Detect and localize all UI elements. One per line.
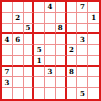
- sudoku-cell-r9c9[interactable]: [88, 88, 99, 99]
- sudoku-cell-r2c6[interactable]: [56, 13, 67, 24]
- sudoku-cell-r1c6[interactable]: [56, 2, 67, 13]
- sudoku-cell-r7c2[interactable]: [13, 67, 24, 78]
- sudoku-cell-r7c1[interactable]: 7: [2, 67, 13, 78]
- sudoku-cell-r8c7[interactable]: [67, 77, 78, 88]
- sudoku-cell-r9c5[interactable]: [45, 88, 56, 99]
- sudoku-cell-r1c8[interactable]: 7: [77, 2, 88, 13]
- sudoku-cell-r2c5[interactable]: [45, 13, 56, 24]
- sudoku-cell-r4c1[interactable]: 4: [2, 34, 13, 45]
- sudoku-cell-r5c2[interactable]: [13, 45, 24, 56]
- sudoku-cell-r3c4[interactable]: [34, 24, 45, 35]
- sudoku-cell-r5c3[interactable]: [24, 45, 35, 56]
- sudoku-cell-r4c4[interactable]: [34, 34, 45, 45]
- sudoku-cell-r9c3[interactable]: [24, 88, 35, 99]
- sudoku-cell-r6c4[interactable]: 1: [34, 56, 45, 67]
- sudoku-cell-r4c5[interactable]: [45, 34, 56, 45]
- sudoku-cell-r3c2[interactable]: [13, 24, 24, 35]
- sudoku-cell-r5c5[interactable]: [45, 45, 56, 56]
- sudoku-cell-r7c5[interactable]: 3: [45, 67, 56, 78]
- sudoku-cell-r6c3[interactable]: [24, 56, 35, 67]
- sudoku-cell-r9c4[interactable]: [34, 88, 45, 99]
- sudoku-cell-r1c5[interactable]: 4: [45, 2, 56, 13]
- sudoku-cell-r1c7[interactable]: [67, 2, 78, 13]
- sudoku-cell-r3c7[interactable]: [67, 24, 78, 35]
- sudoku-cell-r8c1[interactable]: 3: [2, 77, 13, 88]
- sudoku-cell-r9c8[interactable]: 5: [77, 88, 88, 99]
- sudoku-cell-r9c7[interactable]: [67, 88, 78, 99]
- sudoku-cell-r7c4[interactable]: [34, 67, 45, 78]
- sudoku-cell-r1c9[interactable]: [88, 2, 99, 13]
- sudoku-cell-r4c7[interactable]: [67, 34, 78, 45]
- sudoku-cell-r5c4[interactable]: 5: [34, 45, 45, 56]
- sudoku-cell-r9c6[interactable]: [56, 88, 67, 99]
- sudoku-cell-r4c9[interactable]: [88, 34, 99, 45]
- sudoku-cell-r8c6[interactable]: [56, 77, 67, 88]
- sudoku-cell-r5c9[interactable]: [88, 45, 99, 56]
- sudoku-cell-r4c2[interactable]: 6: [13, 34, 24, 45]
- sudoku-cell-r7c3[interactable]: [24, 67, 35, 78]
- sudoku-cell-r5c7[interactable]: 2: [67, 45, 78, 56]
- sudoku-cell-r8c3[interactable]: [24, 77, 35, 88]
- sudoku-cell-r1c1[interactable]: [2, 2, 13, 13]
- sudoku-cell-r8c2[interactable]: [13, 77, 24, 88]
- sudoku-cell-r4c3[interactable]: [24, 34, 35, 45]
- sudoku-cell-r6c8[interactable]: [77, 56, 88, 67]
- sudoku-cell-r6c1[interactable]: [2, 56, 13, 67]
- sudoku-cell-r2c7[interactable]: [67, 13, 78, 24]
- sudoku-cell-r5c6[interactable]: [56, 45, 67, 56]
- sudoku-cell-r5c1[interactable]: [2, 45, 13, 56]
- sudoku-cell-r6c9[interactable]: [88, 56, 99, 67]
- sudoku-cell-r9c1[interactable]: [2, 88, 13, 99]
- sudoku-cell-r3c1[interactable]: [2, 24, 13, 35]
- sudoku-cell-r7c9[interactable]: [88, 67, 99, 78]
- sudoku-cell-r6c6[interactable]: [56, 56, 67, 67]
- sudoku-cell-r3c9[interactable]: [88, 24, 99, 35]
- sudoku-cell-r7c7[interactable]: 8: [67, 67, 78, 78]
- sudoku-cell-r6c7[interactable]: [67, 56, 78, 67]
- sudoku-cell-r7c6[interactable]: [56, 67, 67, 78]
- sudoku-board: 47215846352173835: [0, 0, 101, 101]
- sudoku-cell-r1c4[interactable]: [34, 2, 45, 13]
- sudoku-cell-r8c9[interactable]: [88, 77, 99, 88]
- sudoku-cell-r2c9[interactable]: 1: [88, 13, 99, 24]
- sudoku-cell-r2c3[interactable]: [24, 13, 35, 24]
- sudoku-cell-r6c5[interactable]: [45, 56, 56, 67]
- sudoku-cell-r4c8[interactable]: 3: [77, 34, 88, 45]
- sudoku-cell-r2c8[interactable]: [77, 13, 88, 24]
- sudoku-cell-r6c2[interactable]: [13, 56, 24, 67]
- sudoku-cell-r1c2[interactable]: [13, 2, 24, 13]
- sudoku-cell-r8c8[interactable]: [77, 77, 88, 88]
- sudoku-cell-r8c4[interactable]: [34, 77, 45, 88]
- sudoku-cell-r2c4[interactable]: [34, 13, 45, 24]
- sudoku-cell-r5c8[interactable]: [77, 45, 88, 56]
- sudoku-cell-r7c8[interactable]: [77, 67, 88, 78]
- sudoku-cell-r3c5[interactable]: [45, 24, 56, 35]
- sudoku-cell-r3c8[interactable]: [77, 24, 88, 35]
- sudoku-cell-r1c3[interactable]: [24, 2, 35, 13]
- sudoku-cell-r8c5[interactable]: [45, 77, 56, 88]
- sudoku-cell-r9c2[interactable]: [13, 88, 24, 99]
- sudoku-cell-r4c6[interactable]: [56, 34, 67, 45]
- sudoku-cell-r2c1[interactable]: [2, 13, 13, 24]
- sudoku-cell-r3c6[interactable]: 8: [56, 24, 67, 35]
- sudoku-cell-r3c3[interactable]: 5: [24, 24, 35, 35]
- sudoku-cell-r2c2[interactable]: 2: [13, 13, 24, 24]
